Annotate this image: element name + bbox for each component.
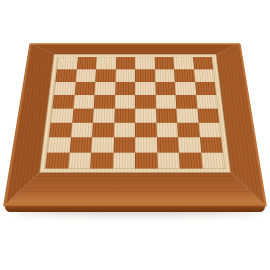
board-square xyxy=(157,153,180,169)
board-square xyxy=(45,153,69,169)
board-square xyxy=(156,123,178,138)
board-square xyxy=(115,82,135,95)
board-square xyxy=(71,123,93,138)
board-square xyxy=(73,95,94,109)
board-square xyxy=(52,95,74,109)
board-square xyxy=(156,137,178,152)
board-square xyxy=(115,57,135,69)
board-square xyxy=(49,123,72,138)
board-square xyxy=(135,137,157,152)
board-square xyxy=(195,82,216,95)
board-square xyxy=(51,109,73,123)
board-square xyxy=(176,109,198,123)
board-square xyxy=(68,153,91,169)
board-square xyxy=(113,137,135,152)
board-square xyxy=(177,123,199,138)
board-square xyxy=(196,95,218,109)
board-square xyxy=(135,153,157,169)
board-square xyxy=(69,137,92,152)
board-square xyxy=(135,82,155,95)
board-square xyxy=(92,123,114,138)
board-square xyxy=(114,123,135,138)
board-square xyxy=(179,153,202,169)
board-square xyxy=(72,109,94,123)
board-square xyxy=(135,57,155,69)
photo-background xyxy=(0,0,270,270)
board-square xyxy=(135,123,156,138)
board-square xyxy=(47,137,70,152)
board-playing-surface xyxy=(39,54,231,173)
board-square xyxy=(194,69,215,82)
board-square xyxy=(114,109,135,123)
board-square xyxy=(176,95,197,109)
board-square xyxy=(193,57,214,69)
board-square xyxy=(57,57,78,69)
board-square xyxy=(154,57,174,69)
board-square xyxy=(96,57,116,69)
board-frame-top xyxy=(28,43,243,54)
board-square xyxy=(201,153,225,169)
board-square xyxy=(113,153,135,169)
board-square xyxy=(90,153,113,169)
board-square xyxy=(94,82,115,95)
board-square xyxy=(155,69,175,82)
board-square xyxy=(173,57,193,69)
board-square xyxy=(135,109,156,123)
board-square xyxy=(95,69,115,82)
board-square xyxy=(93,109,114,123)
board-square xyxy=(156,109,177,123)
board-square xyxy=(55,69,76,82)
board-grid xyxy=(45,57,224,168)
board-square xyxy=(94,95,115,109)
chessboard xyxy=(3,43,267,207)
board-square xyxy=(197,109,219,123)
board-square xyxy=(155,95,176,109)
board-square xyxy=(135,69,155,82)
board-square xyxy=(54,82,75,95)
board-frame-bottom xyxy=(3,173,267,207)
board-square xyxy=(115,69,135,82)
board-square xyxy=(76,57,96,69)
board-square xyxy=(174,69,195,82)
board-square xyxy=(114,95,135,109)
board-square xyxy=(91,137,113,152)
board-square xyxy=(199,137,222,152)
board-square xyxy=(75,69,96,82)
board-square xyxy=(178,137,201,152)
board-square xyxy=(198,123,221,138)
board-square xyxy=(175,82,196,95)
board-square xyxy=(74,82,95,95)
board-square xyxy=(155,82,176,95)
board-square xyxy=(135,95,156,109)
